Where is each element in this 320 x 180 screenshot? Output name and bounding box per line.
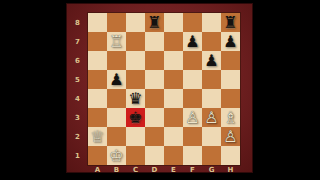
square-b5[interactable]: ♟ <box>107 70 126 89</box>
rank-label-4: 4 <box>67 89 88 108</box>
square-d4[interactable] <box>145 89 164 108</box>
square-e7[interactable] <box>164 32 183 51</box>
square-h1[interactable] <box>221 146 240 165</box>
square-b3[interactable] <box>107 108 126 127</box>
square-a6[interactable] <box>88 51 107 70</box>
square-h8[interactable]: ♜ <box>221 13 240 32</box>
square-a4[interactable] <box>88 89 107 108</box>
rank-label-3: 3 <box>67 108 88 127</box>
square-e8[interactable] <box>164 13 183 32</box>
square-b6[interactable] <box>107 51 126 70</box>
white-king-b1: ♔ <box>109 148 123 164</box>
black-rook-d8: ♜ <box>147 15 161 31</box>
square-e3[interactable] <box>164 108 183 127</box>
black-rook-h8: ♜ <box>223 15 237 31</box>
square-h2[interactable]: ♙ <box>221 127 240 146</box>
square-d7[interactable] <box>145 32 164 51</box>
square-a1[interactable] <box>88 146 107 165</box>
file-label-g: G <box>202 165 221 174</box>
rank-label-1: 1 <box>67 146 88 165</box>
square-c6[interactable] <box>126 51 145 70</box>
white-pawn-f3: ♙ <box>185 110 199 126</box>
square-a7[interactable] <box>88 32 107 51</box>
square-g1[interactable] <box>202 146 221 165</box>
square-e4[interactable] <box>164 89 183 108</box>
square-h3[interactable]: ♗ <box>221 108 240 127</box>
file-labels: ABCDEFGH <box>88 165 240 174</box>
white-pawn-h2: ♙ <box>223 129 237 145</box>
file-label-h: H <box>221 165 240 174</box>
square-g7[interactable] <box>202 32 221 51</box>
black-queen-c4: ♛ <box>128 91 142 107</box>
square-b7[interactable]: ♖ <box>107 32 126 51</box>
square-f5[interactable] <box>183 70 202 89</box>
board-grid: ♜♜♖♟♟♟♟♛♚♙♙♗♕♙♔ <box>88 13 240 165</box>
video-frame[interactable]: 87654321 ♜♜♖♟♟♟♟♛♚♙♙♗♕♙♔ ABCDEFGH <box>0 0 320 180</box>
square-d6[interactable] <box>145 51 164 70</box>
square-g6[interactable]: ♟ <box>202 51 221 70</box>
black-king-c3: ♚ <box>128 110 142 126</box>
square-f7[interactable]: ♟ <box>183 32 202 51</box>
square-c7[interactable] <box>126 32 145 51</box>
square-d2[interactable] <box>145 127 164 146</box>
white-queen-a2: ♕ <box>90 129 104 145</box>
rank-label-6: 6 <box>67 51 88 70</box>
square-g5[interactable] <box>202 70 221 89</box>
white-bishop-h3: ♗ <box>223 110 237 126</box>
square-g8[interactable] <box>202 13 221 32</box>
black-pawn-h7: ♟ <box>223 34 237 50</box>
square-f8[interactable] <box>183 13 202 32</box>
white-rook-b7: ♖ <box>109 34 123 50</box>
square-h7[interactable]: ♟ <box>221 32 240 51</box>
file-label-f: F <box>183 165 202 174</box>
file-label-c: C <box>126 165 145 174</box>
chess-board-frame: 87654321 ♜♜♖♟♟♟♟♛♚♙♙♗♕♙♔ ABCDEFGH <box>66 3 253 173</box>
square-c1[interactable] <box>126 146 145 165</box>
file-label-b: B <box>107 165 126 174</box>
square-b4[interactable] <box>107 89 126 108</box>
square-g3[interactable]: ♙ <box>202 108 221 127</box>
square-h5[interactable] <box>221 70 240 89</box>
rank-labels: 87654321 <box>67 13 88 165</box>
square-a3[interactable] <box>88 108 107 127</box>
square-h6[interactable] <box>221 51 240 70</box>
square-d8[interactable]: ♜ <box>145 13 164 32</box>
square-a8[interactable] <box>88 13 107 32</box>
square-b1[interactable]: ♔ <box>107 146 126 165</box>
white-pawn-g3: ♙ <box>204 110 218 126</box>
file-label-a: A <box>88 165 107 174</box>
square-b2[interactable] <box>107 127 126 146</box>
square-c2[interactable] <box>126 127 145 146</box>
square-e6[interactable] <box>164 51 183 70</box>
square-f2[interactable] <box>183 127 202 146</box>
black-pawn-b5: ♟ <box>109 72 123 88</box>
square-a2[interactable]: ♕ <box>88 127 107 146</box>
square-d1[interactable] <box>145 146 164 165</box>
square-c5[interactable] <box>126 70 145 89</box>
square-e2[interactable] <box>164 127 183 146</box>
square-d3[interactable] <box>145 108 164 127</box>
rank-label-7: 7 <box>67 32 88 51</box>
file-label-d: D <box>145 165 164 174</box>
rank-label-5: 5 <box>67 70 88 89</box>
square-e5[interactable] <box>164 70 183 89</box>
square-b8[interactable] <box>107 13 126 32</box>
black-pawn-f7: ♟ <box>185 34 199 50</box>
square-f4[interactable] <box>183 89 202 108</box>
square-h4[interactable] <box>221 89 240 108</box>
square-c4[interactable]: ♛ <box>126 89 145 108</box>
rank-label-2: 2 <box>67 127 88 146</box>
square-g4[interactable] <box>202 89 221 108</box>
square-e1[interactable] <box>164 146 183 165</box>
square-f3[interactable]: ♙ <box>183 108 202 127</box>
square-c3[interactable]: ♚ <box>126 108 145 127</box>
square-d5[interactable] <box>145 70 164 89</box>
square-a5[interactable] <box>88 70 107 89</box>
file-label-e: E <box>164 165 183 174</box>
black-pawn-g6: ♟ <box>204 53 218 69</box>
square-g2[interactable] <box>202 127 221 146</box>
square-c8[interactable] <box>126 13 145 32</box>
square-f1[interactable] <box>183 146 202 165</box>
square-f6[interactable] <box>183 51 202 70</box>
rank-label-8: 8 <box>67 13 88 32</box>
